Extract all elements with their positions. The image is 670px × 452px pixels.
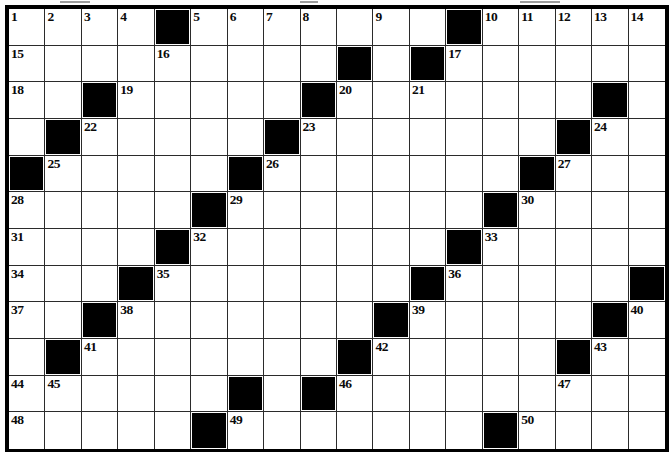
- white-cell[interactable]: 4: [118, 9, 154, 46]
- black-cell: [9, 156, 45, 193]
- white-cell[interactable]: [373, 82, 409, 119]
- white-cell[interactable]: [45, 412, 81, 449]
- black-cell: [483, 412, 519, 449]
- clue-number: 26: [266, 156, 279, 171]
- clue-number: 29: [230, 192, 243, 207]
- clue-number: 13: [594, 9, 607, 24]
- white-cell[interactable]: 37: [9, 302, 45, 339]
- black-cell: [556, 339, 592, 376]
- white-cell[interactable]: [155, 82, 191, 119]
- black-cell: [337, 339, 373, 376]
- white-cell[interactable]: [301, 412, 337, 449]
- white-cell[interactable]: [82, 266, 118, 303]
- white-cell[interactable]: [629, 46, 665, 83]
- white-cell[interactable]: [483, 46, 519, 83]
- clue-number: 47: [558, 376, 571, 391]
- white-cell[interactable]: [519, 376, 555, 413]
- white-cell[interactable]: [483, 119, 519, 156]
- black-cell: [155, 9, 191, 46]
- clue-number: 34: [11, 266, 24, 281]
- white-cell[interactable]: [446, 156, 482, 193]
- black-cell: [228, 156, 264, 193]
- white-cell[interactable]: [228, 229, 264, 266]
- white-cell[interactable]: [410, 376, 446, 413]
- white-cell[interactable]: [483, 339, 519, 376]
- white-cell[interactable]: [191, 82, 227, 119]
- black-cell: [337, 46, 373, 83]
- clue-number: 21: [412, 82, 425, 97]
- clue-number: 45: [47, 376, 60, 391]
- white-cell[interactable]: 50: [519, 412, 555, 449]
- white-cell[interactable]: [373, 46, 409, 83]
- white-cell[interactable]: [410, 339, 446, 376]
- scan-artifact: [300, 1, 318, 3]
- white-cell[interactable]: [118, 46, 154, 83]
- white-cell[interactable]: 14: [629, 9, 665, 46]
- white-cell[interactable]: [9, 119, 45, 156]
- clue-number: 28: [11, 192, 24, 207]
- clue-number: 6: [230, 9, 236, 24]
- scan-artifact: [520, 1, 560, 3]
- white-cell[interactable]: [519, 46, 555, 83]
- clue-number: 42: [375, 339, 388, 354]
- white-cell[interactable]: [264, 302, 300, 339]
- white-cell[interactable]: [629, 412, 665, 449]
- white-cell[interactable]: [519, 82, 555, 119]
- black-cell: [301, 82, 337, 119]
- white-cell[interactable]: [155, 302, 191, 339]
- white-cell[interactable]: [301, 46, 337, 83]
- white-cell[interactable]: 39: [410, 302, 446, 339]
- white-cell[interactable]: [264, 266, 300, 303]
- white-cell[interactable]: 5: [191, 9, 227, 46]
- white-cell[interactable]: 16: [155, 46, 191, 83]
- white-cell[interactable]: [483, 266, 519, 303]
- white-cell[interactable]: [45, 46, 81, 83]
- clue-number: 25: [47, 156, 60, 171]
- white-cell[interactable]: [410, 192, 446, 229]
- white-cell[interactable]: [373, 156, 409, 193]
- white-cell[interactable]: [519, 229, 555, 266]
- white-cell[interactable]: 27: [556, 156, 592, 193]
- white-cell[interactable]: [519, 266, 555, 303]
- white-cell[interactable]: 43: [592, 339, 628, 376]
- white-cell[interactable]: [118, 339, 154, 376]
- white-cell[interactable]: [556, 412, 592, 449]
- white-cell[interactable]: [483, 156, 519, 193]
- white-cell[interactable]: [410, 412, 446, 449]
- white-cell[interactable]: [228, 266, 264, 303]
- black-cell: [592, 302, 628, 339]
- white-cell[interactable]: [337, 192, 373, 229]
- white-cell[interactable]: 40: [629, 302, 665, 339]
- white-cell[interactable]: [337, 266, 373, 303]
- clue-number: 18: [11, 82, 24, 97]
- white-cell[interactable]: [228, 302, 264, 339]
- white-cell[interactable]: [118, 412, 154, 449]
- white-cell[interactable]: [629, 119, 665, 156]
- white-cell[interactable]: [592, 412, 628, 449]
- white-cell[interactable]: [337, 302, 373, 339]
- white-cell[interactable]: 35: [155, 266, 191, 303]
- clue-number: 8: [303, 9, 309, 24]
- white-cell[interactable]: [301, 266, 337, 303]
- white-cell[interactable]: 12: [556, 9, 592, 46]
- white-cell[interactable]: 31: [9, 229, 45, 266]
- white-cell[interactable]: [264, 192, 300, 229]
- white-cell[interactable]: [410, 229, 446, 266]
- white-cell[interactable]: [446, 82, 482, 119]
- clue-number: 4: [120, 9, 126, 24]
- clue-number: 31: [11, 229, 24, 244]
- white-cell[interactable]: [592, 156, 628, 193]
- white-cell[interactable]: [483, 82, 519, 119]
- white-cell[interactable]: [556, 192, 592, 229]
- clue-number: 32: [193, 229, 206, 244]
- clue-number: 19: [120, 82, 133, 97]
- white-cell[interactable]: [82, 229, 118, 266]
- white-cell[interactable]: [483, 376, 519, 413]
- white-cell[interactable]: [373, 192, 409, 229]
- white-cell[interactable]: [228, 339, 264, 376]
- white-cell[interactable]: 10: [483, 9, 519, 46]
- white-cell[interactable]: 24: [592, 119, 628, 156]
- clue-number: 35: [157, 266, 170, 281]
- white-cell[interactable]: 28: [9, 192, 45, 229]
- white-cell[interactable]: 26: [264, 156, 300, 193]
- clue-number: 7: [266, 9, 272, 24]
- black-cell: [446, 9, 482, 46]
- white-cell[interactable]: 30: [519, 192, 555, 229]
- white-cell[interactable]: [264, 229, 300, 266]
- white-cell[interactable]: 7: [264, 9, 300, 46]
- clue-number: 38: [120, 302, 133, 317]
- white-cell[interactable]: [337, 156, 373, 193]
- white-cell[interactable]: 41: [82, 339, 118, 376]
- black-cell: [228, 376, 264, 413]
- white-cell[interactable]: [118, 119, 154, 156]
- white-cell[interactable]: [629, 376, 665, 413]
- clue-number: 10: [485, 9, 498, 24]
- white-cell[interactable]: 17: [446, 46, 482, 83]
- white-cell[interactable]: [155, 192, 191, 229]
- clue-number: 14: [631, 9, 644, 24]
- white-cell[interactable]: [45, 229, 81, 266]
- white-cell[interactable]: [118, 156, 154, 193]
- clue-number: 22: [84, 119, 97, 134]
- white-cell[interactable]: [228, 82, 264, 119]
- white-cell[interactable]: 2: [45, 9, 81, 46]
- white-cell[interactable]: [301, 302, 337, 339]
- white-cell[interactable]: [118, 376, 154, 413]
- white-cell[interactable]: [373, 229, 409, 266]
- white-cell[interactable]: 22: [82, 119, 118, 156]
- white-cell[interactable]: 44: [9, 376, 45, 413]
- white-cell[interactable]: 29: [228, 192, 264, 229]
- white-cell[interactable]: 20: [337, 82, 373, 119]
- white-cell[interactable]: [45, 302, 81, 339]
- black-cell: [264, 119, 300, 156]
- scan-artifact: [60, 1, 90, 3]
- white-cell[interactable]: 32: [191, 229, 227, 266]
- white-cell[interactable]: [410, 119, 446, 156]
- white-cell[interactable]: 21: [410, 82, 446, 119]
- white-cell[interactable]: [264, 82, 300, 119]
- white-cell[interactable]: 38: [118, 302, 154, 339]
- white-cell[interactable]: [410, 156, 446, 193]
- white-cell[interactable]: [228, 119, 264, 156]
- clue-number: 15: [11, 46, 24, 61]
- white-cell[interactable]: [264, 412, 300, 449]
- white-cell[interactable]: [301, 156, 337, 193]
- white-cell[interactable]: [118, 192, 154, 229]
- white-cell[interactable]: [45, 82, 81, 119]
- white-cell[interactable]: [446, 376, 482, 413]
- black-cell: [155, 229, 191, 266]
- black-cell: [301, 376, 337, 413]
- clue-number: 11: [521, 9, 533, 24]
- black-cell: [373, 302, 409, 339]
- clue-number: 48: [11, 412, 24, 427]
- white-cell[interactable]: [629, 339, 665, 376]
- white-cell[interactable]: [556, 302, 592, 339]
- white-cell[interactable]: [264, 339, 300, 376]
- white-cell[interactable]: [301, 229, 337, 266]
- clue-number: 36: [448, 266, 461, 281]
- black-cell: [483, 192, 519, 229]
- clue-number: 17: [448, 46, 461, 61]
- clue-number: 2: [47, 9, 53, 24]
- white-cell[interactable]: [264, 46, 300, 83]
- white-cell[interactable]: [155, 156, 191, 193]
- white-cell[interactable]: [82, 376, 118, 413]
- white-cell[interactable]: [82, 46, 118, 83]
- clue-number: 20: [339, 82, 352, 97]
- white-cell[interactable]: 42: [373, 339, 409, 376]
- white-cell[interactable]: 45: [45, 376, 81, 413]
- clue-number: 44: [11, 376, 24, 391]
- black-cell: [82, 82, 118, 119]
- white-cell[interactable]: 25: [45, 156, 81, 193]
- white-cell[interactable]: [45, 266, 81, 303]
- white-cell[interactable]: 46: [337, 376, 373, 413]
- white-cell[interactable]: [191, 266, 227, 303]
- black-cell: [410, 46, 446, 83]
- white-cell[interactable]: 15: [9, 46, 45, 83]
- crossword-page: 1234567891011121314151617181920212223242…: [0, 0, 670, 452]
- white-cell[interactable]: [337, 119, 373, 156]
- clue-number: 1: [11, 9, 17, 24]
- black-cell: [592, 82, 628, 119]
- white-cell[interactable]: [191, 339, 227, 376]
- clue-number: 40: [631, 302, 644, 317]
- black-cell: [410, 266, 446, 303]
- white-cell[interactable]: [410, 9, 446, 46]
- white-cell[interactable]: [228, 46, 264, 83]
- white-cell[interactable]: [519, 119, 555, 156]
- clue-number: 9: [375, 9, 381, 24]
- white-cell[interactable]: [519, 339, 555, 376]
- clue-number: 30: [521, 192, 534, 207]
- black-cell: [45, 119, 81, 156]
- white-cell[interactable]: [592, 192, 628, 229]
- white-cell[interactable]: [446, 412, 482, 449]
- clue-number: 5: [193, 9, 199, 24]
- white-cell[interactable]: [629, 229, 665, 266]
- white-cell[interactable]: [118, 229, 154, 266]
- clue-number: 33: [485, 229, 498, 244]
- white-cell[interactable]: [373, 119, 409, 156]
- clue-number: 37: [11, 302, 24, 317]
- white-cell[interactable]: [264, 376, 300, 413]
- white-cell[interactable]: [337, 412, 373, 449]
- white-cell[interactable]: [373, 376, 409, 413]
- black-cell: [446, 229, 482, 266]
- white-cell[interactable]: [592, 46, 628, 83]
- black-cell: [556, 119, 592, 156]
- black-cell: [629, 266, 665, 303]
- clue-number: 23: [303, 119, 316, 134]
- white-cell[interactable]: [592, 376, 628, 413]
- clue-number: 41: [84, 339, 97, 354]
- clue-number: 43: [594, 339, 607, 354]
- white-cell[interactable]: [155, 376, 191, 413]
- white-cell[interactable]: [155, 119, 191, 156]
- white-cell[interactable]: [446, 302, 482, 339]
- white-cell[interactable]: [446, 192, 482, 229]
- white-cell[interactable]: 1: [9, 9, 45, 46]
- white-cell[interactable]: [191, 46, 227, 83]
- white-cell[interactable]: 49: [228, 412, 264, 449]
- white-cell[interactable]: 6: [228, 9, 264, 46]
- clue-number: 24: [594, 119, 607, 134]
- white-cell[interactable]: [191, 119, 227, 156]
- white-cell[interactable]: [155, 339, 191, 376]
- white-cell[interactable]: [82, 412, 118, 449]
- white-cell[interactable]: [191, 156, 227, 193]
- black-cell: [519, 156, 555, 193]
- clue-number: 39: [412, 302, 425, 317]
- white-cell[interactable]: 34: [9, 266, 45, 303]
- white-cell[interactable]: [556, 229, 592, 266]
- white-cell[interactable]: [155, 412, 191, 449]
- clue-number: 27: [558, 156, 571, 171]
- white-cell[interactable]: [337, 9, 373, 46]
- clue-number: 16: [157, 46, 170, 61]
- white-cell[interactable]: [337, 229, 373, 266]
- white-cell[interactable]: [446, 119, 482, 156]
- clue-number: 12: [558, 9, 571, 24]
- white-cell[interactable]: [629, 192, 665, 229]
- white-cell[interactable]: 13: [592, 9, 628, 46]
- white-cell[interactable]: 23: [301, 119, 337, 156]
- white-cell[interactable]: [82, 192, 118, 229]
- white-cell[interactable]: [9, 339, 45, 376]
- white-cell[interactable]: [45, 192, 81, 229]
- black-cell: [191, 192, 227, 229]
- clue-number: 46: [339, 376, 352, 391]
- white-cell[interactable]: [446, 339, 482, 376]
- white-cell[interactable]: 3: [82, 9, 118, 46]
- black-cell: [191, 412, 227, 449]
- white-cell[interactable]: [592, 266, 628, 303]
- white-cell[interactable]: [191, 302, 227, 339]
- crossword-grid: 1234567891011121314151617181920212223242…: [5, 5, 669, 452]
- white-cell[interactable]: [301, 192, 337, 229]
- white-cell[interactable]: [519, 302, 555, 339]
- white-cell[interactable]: 18: [9, 82, 45, 119]
- white-cell[interactable]: [373, 266, 409, 303]
- clue-number: 50: [521, 412, 534, 427]
- white-cell[interactable]: [629, 82, 665, 119]
- black-cell: [45, 339, 81, 376]
- white-cell[interactable]: 36: [446, 266, 482, 303]
- clue-number: 49: [230, 412, 243, 427]
- white-cell[interactable]: 11: [519, 9, 555, 46]
- white-cell[interactable]: 9: [373, 9, 409, 46]
- white-cell[interactable]: [556, 82, 592, 119]
- clue-number: 3: [84, 9, 90, 24]
- black-cell: [82, 302, 118, 339]
- white-cell[interactable]: 48: [9, 412, 45, 449]
- black-cell: [118, 266, 154, 303]
- white-cell[interactable]: [592, 229, 628, 266]
- white-cell[interactable]: 8: [301, 9, 337, 46]
- white-cell[interactable]: [82, 156, 118, 193]
- white-cell[interactable]: [556, 266, 592, 303]
- white-cell[interactable]: [301, 339, 337, 376]
- white-cell[interactable]: [373, 412, 409, 449]
- white-cell[interactable]: [629, 156, 665, 193]
- white-cell[interactable]: [483, 302, 519, 339]
- white-cell[interactable]: 19: [118, 82, 154, 119]
- white-cell[interactable]: 33: [483, 229, 519, 266]
- white-cell[interactable]: 47: [556, 376, 592, 413]
- white-cell[interactable]: [191, 376, 227, 413]
- white-cell[interactable]: [556, 46, 592, 83]
